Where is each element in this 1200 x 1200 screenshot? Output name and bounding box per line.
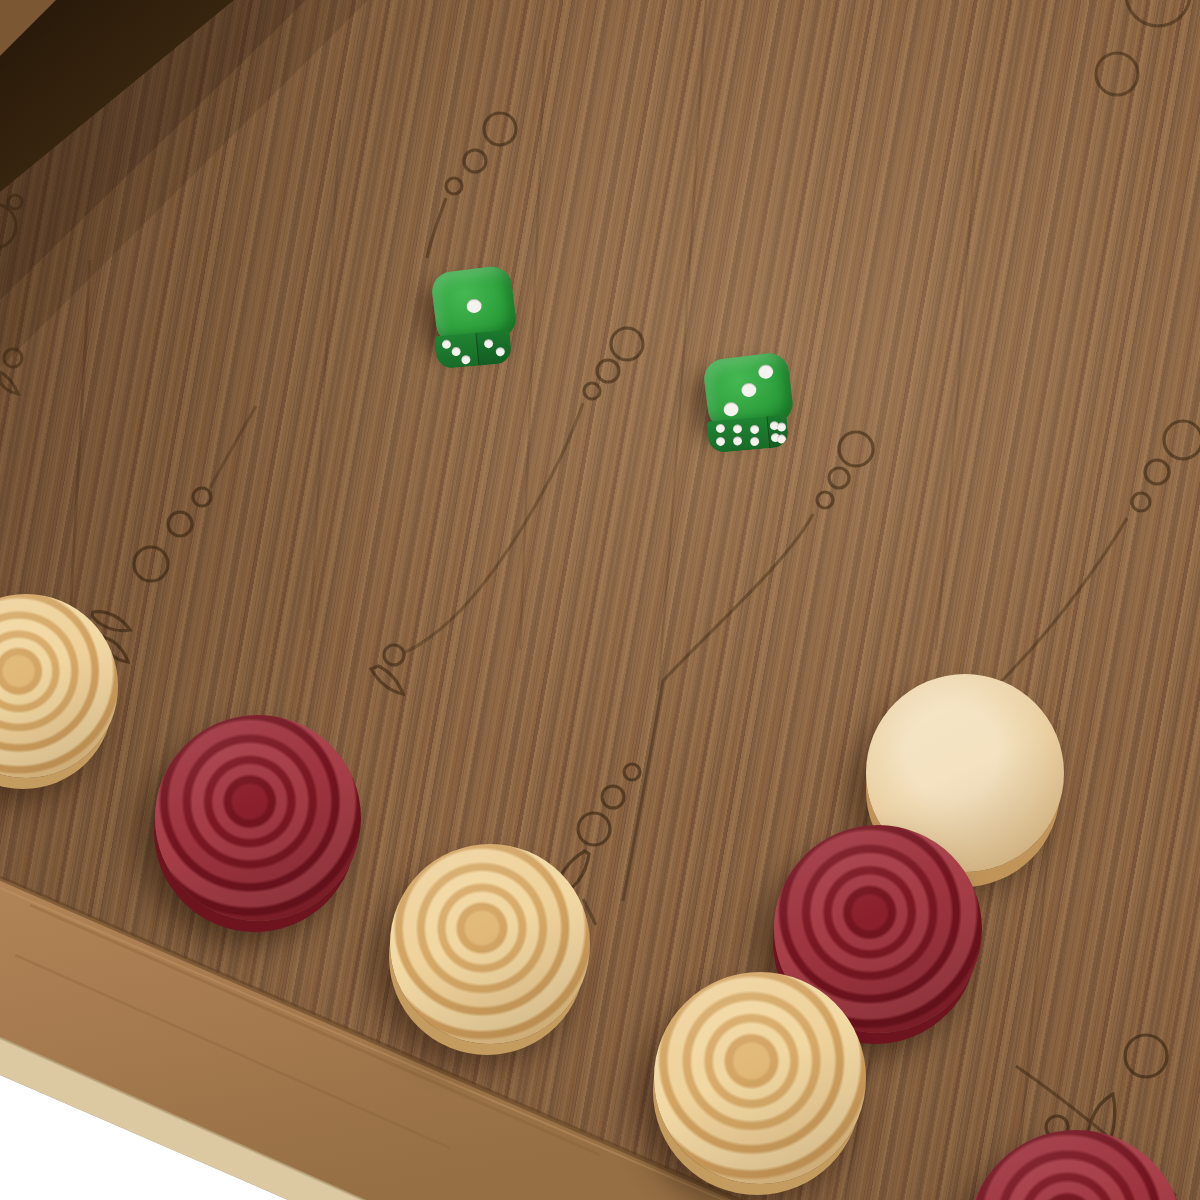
board-edge-lower-left xyxy=(0,878,745,1200)
point-base-motif-e xyxy=(92,406,256,662)
top-right-motifs xyxy=(1096,0,1190,95)
die-green-3[interactable] xyxy=(706,356,791,451)
die-pip xyxy=(740,381,757,397)
die-pip xyxy=(461,354,471,364)
die-front-faces xyxy=(435,329,513,368)
die-pip xyxy=(451,346,461,356)
checker-white[interactable] xyxy=(390,844,590,1044)
die-pip xyxy=(442,339,452,349)
die-pip xyxy=(733,437,743,447)
die-pip xyxy=(777,423,787,433)
point-tip-rings-g xyxy=(965,421,1200,718)
die-pip xyxy=(716,436,726,446)
die-pip xyxy=(466,298,483,314)
die-pip xyxy=(777,434,787,444)
die-pip xyxy=(757,364,774,380)
die-pip xyxy=(496,346,506,356)
die-green-1[interactable] xyxy=(434,269,514,366)
die-pip xyxy=(733,424,743,434)
point-tip-rings-a xyxy=(427,113,516,258)
backgammon-board-photo xyxy=(0,0,1200,1200)
die-pip xyxy=(716,424,726,434)
board-engravings-and-edges xyxy=(0,0,1200,1200)
point-tip-rings-b xyxy=(371,328,643,694)
checker-white[interactable] xyxy=(654,972,866,1184)
die-pip xyxy=(749,437,759,447)
die-pip xyxy=(722,401,739,417)
die-pip xyxy=(484,338,494,348)
rail-corner-top-left xyxy=(0,0,368,368)
checker-red[interactable] xyxy=(155,715,361,921)
die-pip xyxy=(750,424,760,434)
die-front-faces xyxy=(707,415,789,454)
